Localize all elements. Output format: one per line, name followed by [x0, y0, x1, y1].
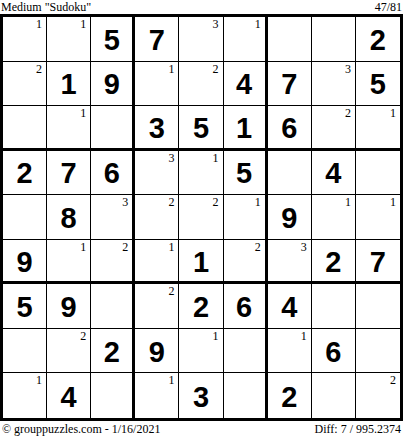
- corner-mark: 2: [255, 241, 261, 253]
- corner-mark: 2: [345, 107, 351, 119]
- corner-mark: 1: [168, 374, 174, 386]
- cell-value: 6: [104, 159, 120, 188]
- cell-value: 1: [61, 70, 77, 99]
- cell-r5c2[interactable]: 8: [47, 195, 91, 240]
- cell-r5c3[interactable]: 3: [91, 195, 135, 240]
- cell-value: 9: [149, 338, 165, 367]
- cell-r7c7[interactable]: 4: [268, 284, 312, 329]
- cell-r5c1[interactable]: [3, 195, 47, 240]
- header: Medium "Sudoku" 47/81: [0, 0, 403, 14]
- cell-r6c1[interactable]: 9: [3, 240, 47, 285]
- cell-value: 4: [325, 159, 341, 188]
- cell-r5c7[interactable]: 9: [268, 195, 312, 240]
- cell-r1c1[interactable]: 1: [3, 17, 47, 62]
- cell-value: 2: [325, 248, 341, 277]
- cell-value: 9: [281, 204, 297, 233]
- cell-r2c1[interactable]: 2: [3, 62, 47, 107]
- cell-r4c3[interactable]: 6: [91, 151, 135, 196]
- cell-r4c7[interactable]: [268, 151, 312, 196]
- cell-value: 1: [236, 114, 252, 143]
- cell-value: 9: [104, 70, 120, 99]
- cell-r7c6[interactable]: 6: [224, 284, 268, 329]
- cell-value: 5: [104, 26, 120, 55]
- cell-r1c4[interactable]: 7: [135, 17, 179, 62]
- cell-r6c8[interactable]: 2: [312, 240, 356, 285]
- cell-r2c4[interactable]: 1: [135, 62, 179, 107]
- corner-mark: 3: [168, 152, 174, 164]
- corner-mark: 1: [213, 330, 219, 342]
- cell-r9c4[interactable]: 1: [135, 373, 179, 418]
- cell-r4c5[interactable]: 1: [179, 151, 223, 196]
- cell-r6c2[interactable]: 1: [47, 240, 91, 285]
- cell-r8c8[interactable]: 6: [312, 329, 356, 374]
- puzzle-title: Medium "Sudoku": [1, 1, 91, 14]
- corner-mark: 1: [168, 241, 174, 253]
- cell-r1c5[interactable]: 3: [179, 17, 223, 62]
- cell-r2c2[interactable]: 1: [47, 62, 91, 107]
- corner-mark: 3: [213, 18, 219, 30]
- cell-r3c6[interactable]: 1: [224, 106, 268, 151]
- corner-mark: 2: [80, 330, 86, 342]
- cell-r8c3[interactable]: 2: [91, 329, 135, 374]
- corner-mark: 3: [345, 63, 351, 75]
- cell-value: 2: [104, 338, 120, 367]
- cell-r1c3[interactable]: 5: [91, 17, 135, 62]
- footer: © grouppuzzles.com - 1/16/2021 Diff: 7 /…: [0, 421, 403, 437]
- cell-r1c2[interactable]: 1: [47, 17, 91, 62]
- cell-r1c6[interactable]: 1: [224, 17, 268, 62]
- cell-value: 2: [16, 159, 32, 188]
- cell-r1c7[interactable]: [268, 17, 312, 62]
- cell-r5c6[interactable]: 1: [224, 195, 268, 240]
- cell-value: 1: [193, 248, 209, 277]
- cell-r2c3[interactable]: 9: [91, 62, 135, 107]
- cell-r9c9[interactable]: 2: [356, 373, 400, 418]
- cell-r9c6[interactable]: [224, 373, 268, 418]
- cell-value: 3: [149, 114, 165, 143]
- corner-mark: 1: [80, 18, 86, 30]
- cell-value: 5: [16, 293, 32, 322]
- cell-value: 7: [370, 248, 386, 277]
- cell-r3c5[interactable]: 5: [179, 106, 223, 151]
- cell-r7c4[interactable]: 2: [135, 284, 179, 329]
- cell-r8c5[interactable]: 1: [179, 329, 223, 374]
- cell-value: 8: [61, 204, 77, 233]
- corner-mark: 1: [36, 374, 42, 386]
- cell-r2c9[interactable]: 5: [356, 62, 400, 107]
- cell-r7c8[interactable]: [312, 284, 356, 329]
- corner-mark: 1: [255, 18, 261, 30]
- cell-value: 4: [281, 293, 297, 322]
- cell-r3c8[interactable]: 2: [312, 106, 356, 151]
- corner-mark: 1: [390, 196, 396, 208]
- cell-r4c4[interactable]: 3: [135, 151, 179, 196]
- cell-r1c9[interactable]: 2: [356, 17, 400, 62]
- sudoku-grid: 1157312219124735135162127631548322191191…: [0, 14, 403, 421]
- corner-mark: 3: [301, 241, 307, 253]
- cell-value: 5: [236, 159, 252, 188]
- cell-value: 9: [61, 293, 77, 322]
- cell-r8c2[interactable]: 2: [47, 329, 91, 374]
- cell-r8c9[interactable]: [356, 329, 400, 374]
- cell-value: 4: [236, 70, 252, 99]
- progress-counter: 47/81: [375, 1, 402, 14]
- cell-r6c6[interactable]: 2: [224, 240, 268, 285]
- corner-mark: 1: [168, 63, 174, 75]
- cell-r8c1[interactable]: [3, 329, 47, 374]
- cell-value: 5: [370, 70, 386, 99]
- corner-mark: 1: [36, 18, 42, 30]
- cell-r9c5[interactable]: 3: [179, 373, 223, 418]
- corner-mark: 1: [345, 196, 351, 208]
- cell-r4c8[interactable]: 4: [312, 151, 356, 196]
- cell-r7c3[interactable]: [91, 284, 135, 329]
- cell-r4c6[interactable]: 5: [224, 151, 268, 196]
- cell-r5c8[interactable]: 1: [312, 195, 356, 240]
- cell-r8c4[interactable]: 9: [135, 329, 179, 374]
- cell-value: 9: [16, 248, 32, 277]
- cell-r3c9[interactable]: 1: [356, 106, 400, 151]
- corner-mark: 2: [213, 196, 219, 208]
- cell-r6c5[interactable]: 1: [179, 240, 223, 285]
- cell-r9c1[interactable]: 1: [3, 373, 47, 418]
- corner-mark: 1: [80, 241, 86, 253]
- cell-r9c8[interactable]: [312, 373, 356, 418]
- corner-mark: 1: [213, 152, 219, 164]
- corner-mark: 1: [255, 196, 261, 208]
- cell-value: 6: [236, 293, 252, 322]
- cell-r4c1[interactable]: 2: [3, 151, 47, 196]
- cell-r3c1[interactable]: [3, 106, 47, 151]
- corner-mark: 1: [301, 330, 307, 342]
- corner-mark: 1: [390, 107, 396, 119]
- cell-value: 7: [61, 159, 77, 188]
- cell-value: 3: [193, 383, 209, 412]
- cell-value: 4: [61, 383, 77, 412]
- cell-value: 2: [281, 383, 297, 412]
- corner-mark: 3: [122, 196, 128, 208]
- cell-r2c6[interactable]: 4: [224, 62, 268, 107]
- cell-r8c6[interactable]: [224, 329, 268, 374]
- cell-value: 6: [325, 338, 341, 367]
- cell-r5c9[interactable]: 1: [356, 195, 400, 240]
- cell-value: 2: [193, 293, 209, 322]
- puzzle-page: Medium "Sudoku" 47/81 115731221912473513…: [0, 0, 403, 437]
- cell-r4c2[interactable]: 7: [47, 151, 91, 196]
- cell-r3c4[interactable]: 3: [135, 106, 179, 151]
- cell-value: 7: [281, 70, 297, 99]
- cell-r7c2[interactable]: 9: [47, 284, 91, 329]
- cell-value: 6: [281, 114, 297, 143]
- cell-r5c4[interactable]: 2: [135, 195, 179, 240]
- cell-r6c9[interactable]: 7: [356, 240, 400, 285]
- corner-mark: 1: [80, 107, 86, 119]
- cell-r8c7[interactable]: 1: [268, 329, 312, 374]
- cell-value: 5: [193, 114, 209, 143]
- corner-mark: 2: [36, 63, 42, 75]
- corner-mark: 2: [213, 63, 219, 75]
- corner-mark: 2: [390, 374, 396, 386]
- cell-r4c9[interactable]: [356, 151, 400, 196]
- difficulty: Diff: 7 / 995.2374: [315, 422, 401, 437]
- cell-r2c7[interactable]: 7: [268, 62, 312, 107]
- cell-r9c3[interactable]: [91, 373, 135, 418]
- cell-r9c7[interactable]: 2: [268, 373, 312, 418]
- cell-r5c5[interactable]: 2: [179, 195, 223, 240]
- cell-r6c4[interactable]: 1: [135, 240, 179, 285]
- corner-mark: 2: [122, 241, 128, 253]
- cell-r3c7[interactable]: 6: [268, 106, 312, 151]
- cell-r7c9[interactable]: [356, 284, 400, 329]
- cell-r2c5[interactable]: 2: [179, 62, 223, 107]
- cell-r3c2[interactable]: 1: [47, 106, 91, 151]
- corner-mark: 2: [168, 196, 174, 208]
- cell-r2c8[interactable]: 3: [312, 62, 356, 107]
- cell-r9c2[interactable]: 4: [47, 373, 91, 418]
- cell-r7c1[interactable]: 5: [3, 284, 47, 329]
- cell-r7c5[interactable]: 2: [179, 284, 223, 329]
- cell-r3c3[interactable]: [91, 106, 135, 151]
- cell-value: 2: [370, 26, 386, 55]
- cell-r6c7[interactable]: 3: [268, 240, 312, 285]
- cell-r1c8[interactable]: [312, 17, 356, 62]
- copyright: © grouppuzzles.com - 1/16/2021: [2, 422, 160, 437]
- cell-value: 7: [149, 26, 165, 55]
- cell-r6c3[interactable]: 2: [91, 240, 135, 285]
- corner-mark: 2: [168, 285, 174, 297]
